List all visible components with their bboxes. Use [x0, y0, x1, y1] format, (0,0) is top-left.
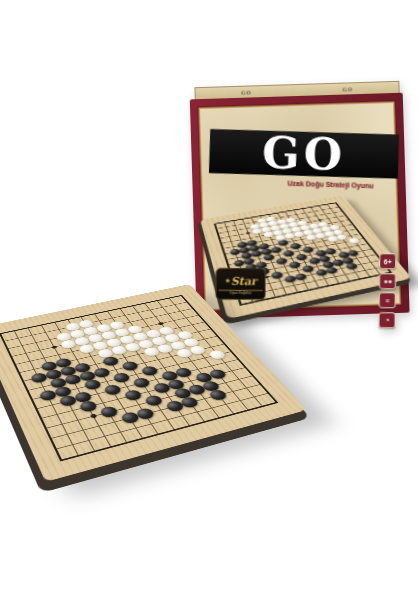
stone-black: [270, 246, 282, 253]
box-top-label: GO: [241, 89, 252, 95]
stone-black: [143, 394, 164, 407]
stone-black: [271, 271, 284, 279]
age-badge: 6+: [379, 253, 396, 269]
stone-black: [140, 365, 160, 377]
info-icon: ≡: [379, 292, 396, 308]
stone-black: [295, 253, 308, 260]
info-badges: 6+ ☻☻ ≡ ◔: [378, 253, 396, 328]
stone-black: [101, 356, 120, 367]
board-photo: [0, 264, 264, 500]
players-icon: ☻☻: [379, 273, 396, 289]
stone-black: [283, 250, 295, 257]
hoshi-point: [246, 232, 250, 234]
stone-black: [208, 389, 229, 402]
board-grid: [0, 295, 279, 462]
main-go-board: [0, 284, 307, 482]
product-title: GO: [261, 131, 346, 177]
product-photo: GO GO GO Uzak Doğu Strateji Oyunu ★Star …: [0, 0, 418, 592]
stone-black: [275, 257, 288, 265]
product-subtitle: Uzak Doğu Strateji Oyunu: [269, 179, 391, 190]
stone-black: [302, 246, 315, 253]
stone-black: [123, 389, 143, 402]
stone-black: [301, 265, 314, 273]
stone-black: [289, 243, 301, 250]
stone-white: [208, 349, 228, 360]
stone-black: [345, 262, 359, 270]
stone-black: [288, 261, 301, 269]
stone-black: [263, 254, 275, 261]
stone-black: [120, 360, 139, 371]
stone-black: [132, 377, 152, 389]
stone-black: [99, 405, 120, 418]
title-banner: GO: [209, 129, 399, 179]
clock-icon: ◔: [378, 312, 395, 328]
box-top-label: GO: [342, 86, 353, 92]
stone-black: [112, 372, 132, 384]
stone-black: [103, 384, 123, 396]
stone-black: [277, 239, 289, 246]
